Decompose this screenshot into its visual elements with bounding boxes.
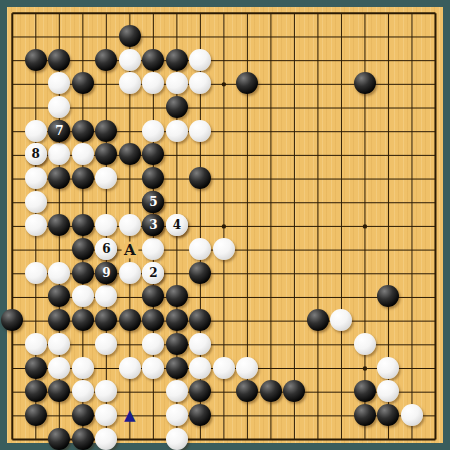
black-stone (283, 380, 305, 402)
black-stone (95, 49, 117, 71)
move-number-label: 7 (55, 125, 63, 137)
white-stone (166, 380, 188, 402)
black-stone (72, 262, 94, 284)
white-stone (95, 214, 117, 236)
black-stone (307, 309, 329, 331)
white-stone (72, 357, 94, 379)
white-stone (213, 238, 235, 260)
go-diagram-screenshot: { "game": { "name": "go", "board_size": … (0, 0, 450, 450)
white-stone (142, 357, 164, 379)
white-stone (377, 380, 399, 402)
black-stone (25, 404, 47, 426)
white-stone (236, 357, 258, 379)
black-stone (166, 357, 188, 379)
black-stone (189, 380, 211, 402)
black-stone (95, 309, 117, 331)
white-stone (72, 143, 94, 165)
white-stone (95, 428, 117, 450)
black-stone (48, 49, 70, 71)
white-stone (119, 262, 141, 284)
white-stone (95, 167, 117, 189)
white-stone (25, 120, 47, 142)
white-stone (48, 96, 70, 118)
white-stone (166, 404, 188, 426)
move-number-label: 2 (149, 267, 157, 279)
black-stone (189, 309, 211, 331)
white-stone (119, 357, 141, 379)
white-stone (189, 333, 211, 355)
black-stone (48, 309, 70, 331)
white-stone (25, 167, 47, 189)
black-stone (377, 285, 399, 307)
white-stone (166, 428, 188, 450)
black-stone (72, 214, 94, 236)
black-stone (48, 214, 70, 236)
black-stone (354, 72, 376, 94)
white-stone (330, 309, 352, 331)
white-stone (25, 191, 47, 213)
black-stone (166, 49, 188, 71)
star-point (363, 366, 367, 370)
board-frame: 23456789A▲ (0, 0, 450, 450)
white-stone (354, 333, 376, 355)
white-stone (401, 404, 423, 426)
white-stone (95, 404, 117, 426)
black-stone (119, 143, 141, 165)
move-number-label: 9 (102, 267, 110, 279)
white-stone (119, 72, 141, 94)
white-stone (25, 333, 47, 355)
black-stone (1, 309, 23, 331)
white-stone (72, 380, 94, 402)
black-stone (189, 262, 211, 284)
star-point (363, 224, 367, 228)
move-number-label: 5 (149, 196, 157, 208)
white-stone (48, 143, 70, 165)
white-stone (166, 72, 188, 94)
black-stone (25, 49, 47, 71)
numbered-black-stone: 7 (48, 120, 70, 142)
white-stone (142, 72, 164, 94)
white-stone (166, 120, 188, 142)
black-stone (142, 49, 164, 71)
black-stone (25, 357, 47, 379)
numbered-white-stone: 2 (142, 262, 164, 284)
move-number-label: 6 (102, 243, 110, 255)
white-stone (377, 357, 399, 379)
triangle-marker: ▲ (124, 408, 136, 423)
black-stone (72, 428, 94, 450)
star-point (222, 224, 226, 228)
letter-label: A (121, 242, 138, 259)
white-stone (48, 262, 70, 284)
black-stone (48, 428, 70, 450)
white-stone (48, 357, 70, 379)
black-stone (236, 380, 258, 402)
white-stone (25, 262, 47, 284)
white-stone (25, 214, 47, 236)
black-stone (166, 96, 188, 118)
go-board[interactable]: 23456789A▲ (7, 7, 443, 443)
white-stone (48, 333, 70, 355)
numbered-black-stone: 5 (142, 191, 164, 213)
white-stone (189, 357, 211, 379)
black-stone (189, 167, 211, 189)
white-stone (95, 333, 117, 355)
white-stone (119, 214, 141, 236)
white-stone (142, 120, 164, 142)
black-stone (260, 380, 282, 402)
move-number-label: 4 (173, 219, 181, 231)
numbered-white-stone: 6 (95, 238, 117, 260)
white-stone (142, 333, 164, 355)
black-stone (72, 238, 94, 260)
black-stone (72, 120, 94, 142)
black-stone (48, 167, 70, 189)
white-stone (119, 49, 141, 71)
numbered-black-stone: 9 (95, 262, 117, 284)
black-stone (142, 143, 164, 165)
numbered-white-stone: 4 (166, 214, 188, 236)
black-stone (72, 72, 94, 94)
white-stone (189, 238, 211, 260)
black-stone (142, 167, 164, 189)
black-stone (166, 309, 188, 331)
white-stone (189, 72, 211, 94)
black-stone (95, 143, 117, 165)
black-stone (48, 285, 70, 307)
white-stone (72, 285, 94, 307)
move-number-label: 3 (149, 219, 157, 231)
black-stone (142, 309, 164, 331)
white-stone (213, 357, 235, 379)
black-stone (119, 25, 141, 47)
white-stone (95, 285, 117, 307)
white-stone (189, 120, 211, 142)
white-stone (95, 380, 117, 402)
numbered-black-stone: 3 (142, 214, 164, 236)
black-stone (236, 72, 258, 94)
black-stone (166, 285, 188, 307)
black-stone (25, 380, 47, 402)
black-stone (95, 120, 117, 142)
black-stone (72, 404, 94, 426)
move-number-label: 8 (32, 148, 40, 160)
black-stone (354, 404, 376, 426)
black-stone (189, 404, 211, 426)
black-stone (48, 380, 70, 402)
black-stone (72, 167, 94, 189)
black-stone (72, 309, 94, 331)
white-stone (48, 72, 70, 94)
black-stone (166, 333, 188, 355)
black-stone (119, 309, 141, 331)
black-stone (377, 404, 399, 426)
numbered-white-stone: 8 (25, 143, 47, 165)
white-stone (189, 49, 211, 71)
white-stone (142, 238, 164, 260)
star-point (222, 82, 226, 86)
black-stone (354, 380, 376, 402)
black-stone (142, 285, 164, 307)
